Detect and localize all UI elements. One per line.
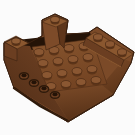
stud [105, 41, 114, 49]
stud [12, 38, 21, 46]
underside-tube [29, 80, 38, 87]
stud [72, 68, 82, 77]
stud [53, 58, 63, 67]
stud [57, 70, 67, 79]
stud [64, 45, 74, 54]
back-left-wall [42, 16, 68, 50]
stud [34, 49, 44, 58]
stud [87, 66, 97, 75]
stud [93, 34, 102, 42]
stud [91, 77, 101, 86]
stud [61, 81, 71, 90]
stud [68, 56, 78, 65]
stud [76, 79, 86, 88]
stud [42, 72, 52, 81]
lego-brick-product-image: Reddish-brown LEGO inverted double slope… [0, 0, 135, 135]
stud [83, 54, 93, 63]
underside-tube [39, 86, 48, 93]
stud [117, 49, 126, 57]
underside-tube [19, 73, 28, 80]
underside-tube [50, 92, 59, 99]
stud [51, 17, 60, 25]
lego-brick-render [0, 0, 135, 135]
stud [38, 60, 48, 69]
